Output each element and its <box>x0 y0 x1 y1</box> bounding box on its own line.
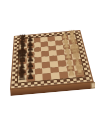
square-e6 <box>34 52 42 58</box>
product-photo: ♜♟♟♜♞♟♟♞♝♟♟♝♚♟♟♚♛♟♟♛♝♟♟♝♞♟♟♞♜♟♟♜ <box>0 0 95 126</box>
square-a1: ♜ <box>75 70 85 77</box>
square-d6 <box>34 57 42 63</box>
square-a6 <box>34 74 42 81</box>
piece-black-pawn: ♟ <box>26 72 34 81</box>
piece-white-rook: ♜ <box>75 66 86 78</box>
perspective-scene: ♜♟♟♜♞♟♟♞♝♟♟♝♚♟♟♚♛♟♟♛♝♟♟♝♞♟♟♞♜♟♟♜ <box>4 13 92 94</box>
box-side-edge <box>10 81 94 96</box>
square-a8: ♜ <box>18 75 26 82</box>
chess-set: ♜♟♟♜♞♟♟♞♝♟♟♝♚♟♟♚♛♟♟♛♝♟♟♝♞♟♟♞♜♟♟♜ <box>0 8 95 100</box>
chess-board-frame: ♜♟♟♜♞♟♟♞♝♟♟♝♚♟♟♚♛♟♟♛♝♟♟♝♞♟♟♞♜♟♟♜ <box>10 30 94 89</box>
board-field: ♜♟♟♜♞♟♟♞♝♟♟♝♚♟♟♚♛♟♟♛♝♟♟♝♞♟♟♞♜♟♟♜ <box>17 34 86 84</box>
square-a7: ♟ <box>26 75 34 82</box>
brass-clasp <box>90 82 95 89</box>
